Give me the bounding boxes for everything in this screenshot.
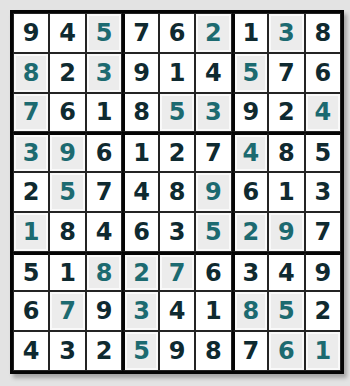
cell-r6c2[interactable]: 8 [49, 212, 85, 252]
cell-r1c6[interactable]: 2 [195, 13, 231, 53]
cell-r4c3[interactable]: 6 [86, 132, 122, 172]
cell-r7c9[interactable]: 9 [305, 252, 341, 292]
cell-r3c7[interactable]: 9 [232, 93, 268, 133]
cell-r3c5[interactable]: 5 [159, 93, 195, 133]
cell-r8c9[interactable]: 2 [305, 291, 341, 331]
cell-r2c7[interactable]: 5 [232, 53, 268, 93]
cell-r8c8[interactable]: 5 [268, 291, 304, 331]
cell-r8c4[interactable]: 3 [122, 291, 158, 331]
cell-r8c1[interactable]: 6 [13, 291, 49, 331]
cell-r7c3[interactable]: 8 [86, 252, 122, 292]
cell-r8c3[interactable]: 9 [86, 291, 122, 331]
cell-r3c4[interactable]: 8 [122, 93, 158, 133]
cell-r9c8[interactable]: 6 [268, 331, 304, 371]
cell-r3c9[interactable]: 4 [305, 93, 341, 133]
cell-r9c2[interactable]: 3 [49, 331, 85, 371]
cell-r3c1[interactable]: 7 [13, 93, 49, 133]
sudoku-board: 9457621388239145767618539243961274852574… [10, 10, 344, 374]
cell-r4c6[interactable]: 7 [195, 132, 231, 172]
cell-r6c5[interactable]: 3 [159, 212, 195, 252]
cell-r1c4[interactable]: 7 [122, 13, 158, 53]
cell-r7c1[interactable]: 5 [13, 252, 49, 292]
cell-r9c5[interactable]: 9 [159, 331, 195, 371]
cell-r3c6[interactable]: 3 [195, 93, 231, 133]
cell-r4c2[interactable]: 9 [49, 132, 85, 172]
cell-r9c6[interactable]: 8 [195, 331, 231, 371]
cell-r2c8[interactable]: 7 [268, 53, 304, 93]
cell-r6c3[interactable]: 4 [86, 212, 122, 252]
cell-r2c4[interactable]: 9 [122, 53, 158, 93]
cell-r5c6[interactable]: 9 [195, 172, 231, 212]
cell-r2c2[interactable]: 2 [49, 53, 85, 93]
cell-r1c9[interactable]: 8 [305, 13, 341, 53]
cell-r6c6[interactable]: 5 [195, 212, 231, 252]
cell-r5c2[interactable]: 5 [49, 172, 85, 212]
cell-r2c5[interactable]: 1 [159, 53, 195, 93]
cell-r6c8[interactable]: 9 [268, 212, 304, 252]
cell-r6c4[interactable]: 6 [122, 212, 158, 252]
cell-r7c2[interactable]: 1 [49, 252, 85, 292]
page: 9457621388239145767618539243961274852574… [0, 0, 350, 386]
cell-r7c7[interactable]: 3 [232, 252, 268, 292]
cell-r8c2[interactable]: 7 [49, 291, 85, 331]
cell-r6c7[interactable]: 2 [232, 212, 268, 252]
cell-r5c7[interactable]: 6 [232, 172, 268, 212]
cell-r1c1[interactable]: 9 [13, 13, 49, 53]
cell-r2c1[interactable]: 8 [13, 53, 49, 93]
cell-r8c7[interactable]: 8 [232, 291, 268, 331]
cell-r5c9[interactable]: 3 [305, 172, 341, 212]
cell-r5c3[interactable]: 7 [86, 172, 122, 212]
cell-r1c2[interactable]: 4 [49, 13, 85, 53]
cell-r4c7[interactable]: 4 [232, 132, 268, 172]
cell-r1c3[interactable]: 5 [86, 13, 122, 53]
cell-r1c5[interactable]: 6 [159, 13, 195, 53]
cell-r6c1[interactable]: 1 [13, 212, 49, 252]
cell-r2c6[interactable]: 4 [195, 53, 231, 93]
cell-r7c8[interactable]: 4 [268, 252, 304, 292]
cell-r7c6[interactable]: 6 [195, 252, 231, 292]
cell-r6c9[interactable]: 7 [305, 212, 341, 252]
cell-r3c8[interactable]: 2 [268, 93, 304, 133]
cell-r2c3[interactable]: 3 [86, 53, 122, 93]
cell-r1c8[interactable]: 3 [268, 13, 304, 53]
cell-r7c5[interactable]: 7 [159, 252, 195, 292]
cell-r4c9[interactable]: 5 [305, 132, 341, 172]
cell-r4c4[interactable]: 1 [122, 132, 158, 172]
cell-r2c9[interactable]: 6 [305, 53, 341, 93]
cell-r4c5[interactable]: 2 [159, 132, 195, 172]
cell-r9c9[interactable]: 1 [305, 331, 341, 371]
cell-r5c4[interactable]: 4 [122, 172, 158, 212]
cell-r8c6[interactable]: 1 [195, 291, 231, 331]
cell-r7c4[interactable]: 2 [122, 252, 158, 292]
cell-r5c5[interactable]: 8 [159, 172, 195, 212]
cell-r3c3[interactable]: 1 [86, 93, 122, 133]
cell-r9c3[interactable]: 2 [86, 331, 122, 371]
cell-r9c7[interactable]: 7 [232, 331, 268, 371]
cell-r4c1[interactable]: 3 [13, 132, 49, 172]
cell-r5c1[interactable]: 2 [13, 172, 49, 212]
cell-r9c1[interactable]: 4 [13, 331, 49, 371]
cell-r4c8[interactable]: 8 [268, 132, 304, 172]
cell-r3c2[interactable]: 6 [49, 93, 85, 133]
cell-r9c4[interactable]: 5 [122, 331, 158, 371]
cell-r5c8[interactable]: 1 [268, 172, 304, 212]
cell-r8c5[interactable]: 4 [159, 291, 195, 331]
cell-r1c7[interactable]: 1 [232, 13, 268, 53]
